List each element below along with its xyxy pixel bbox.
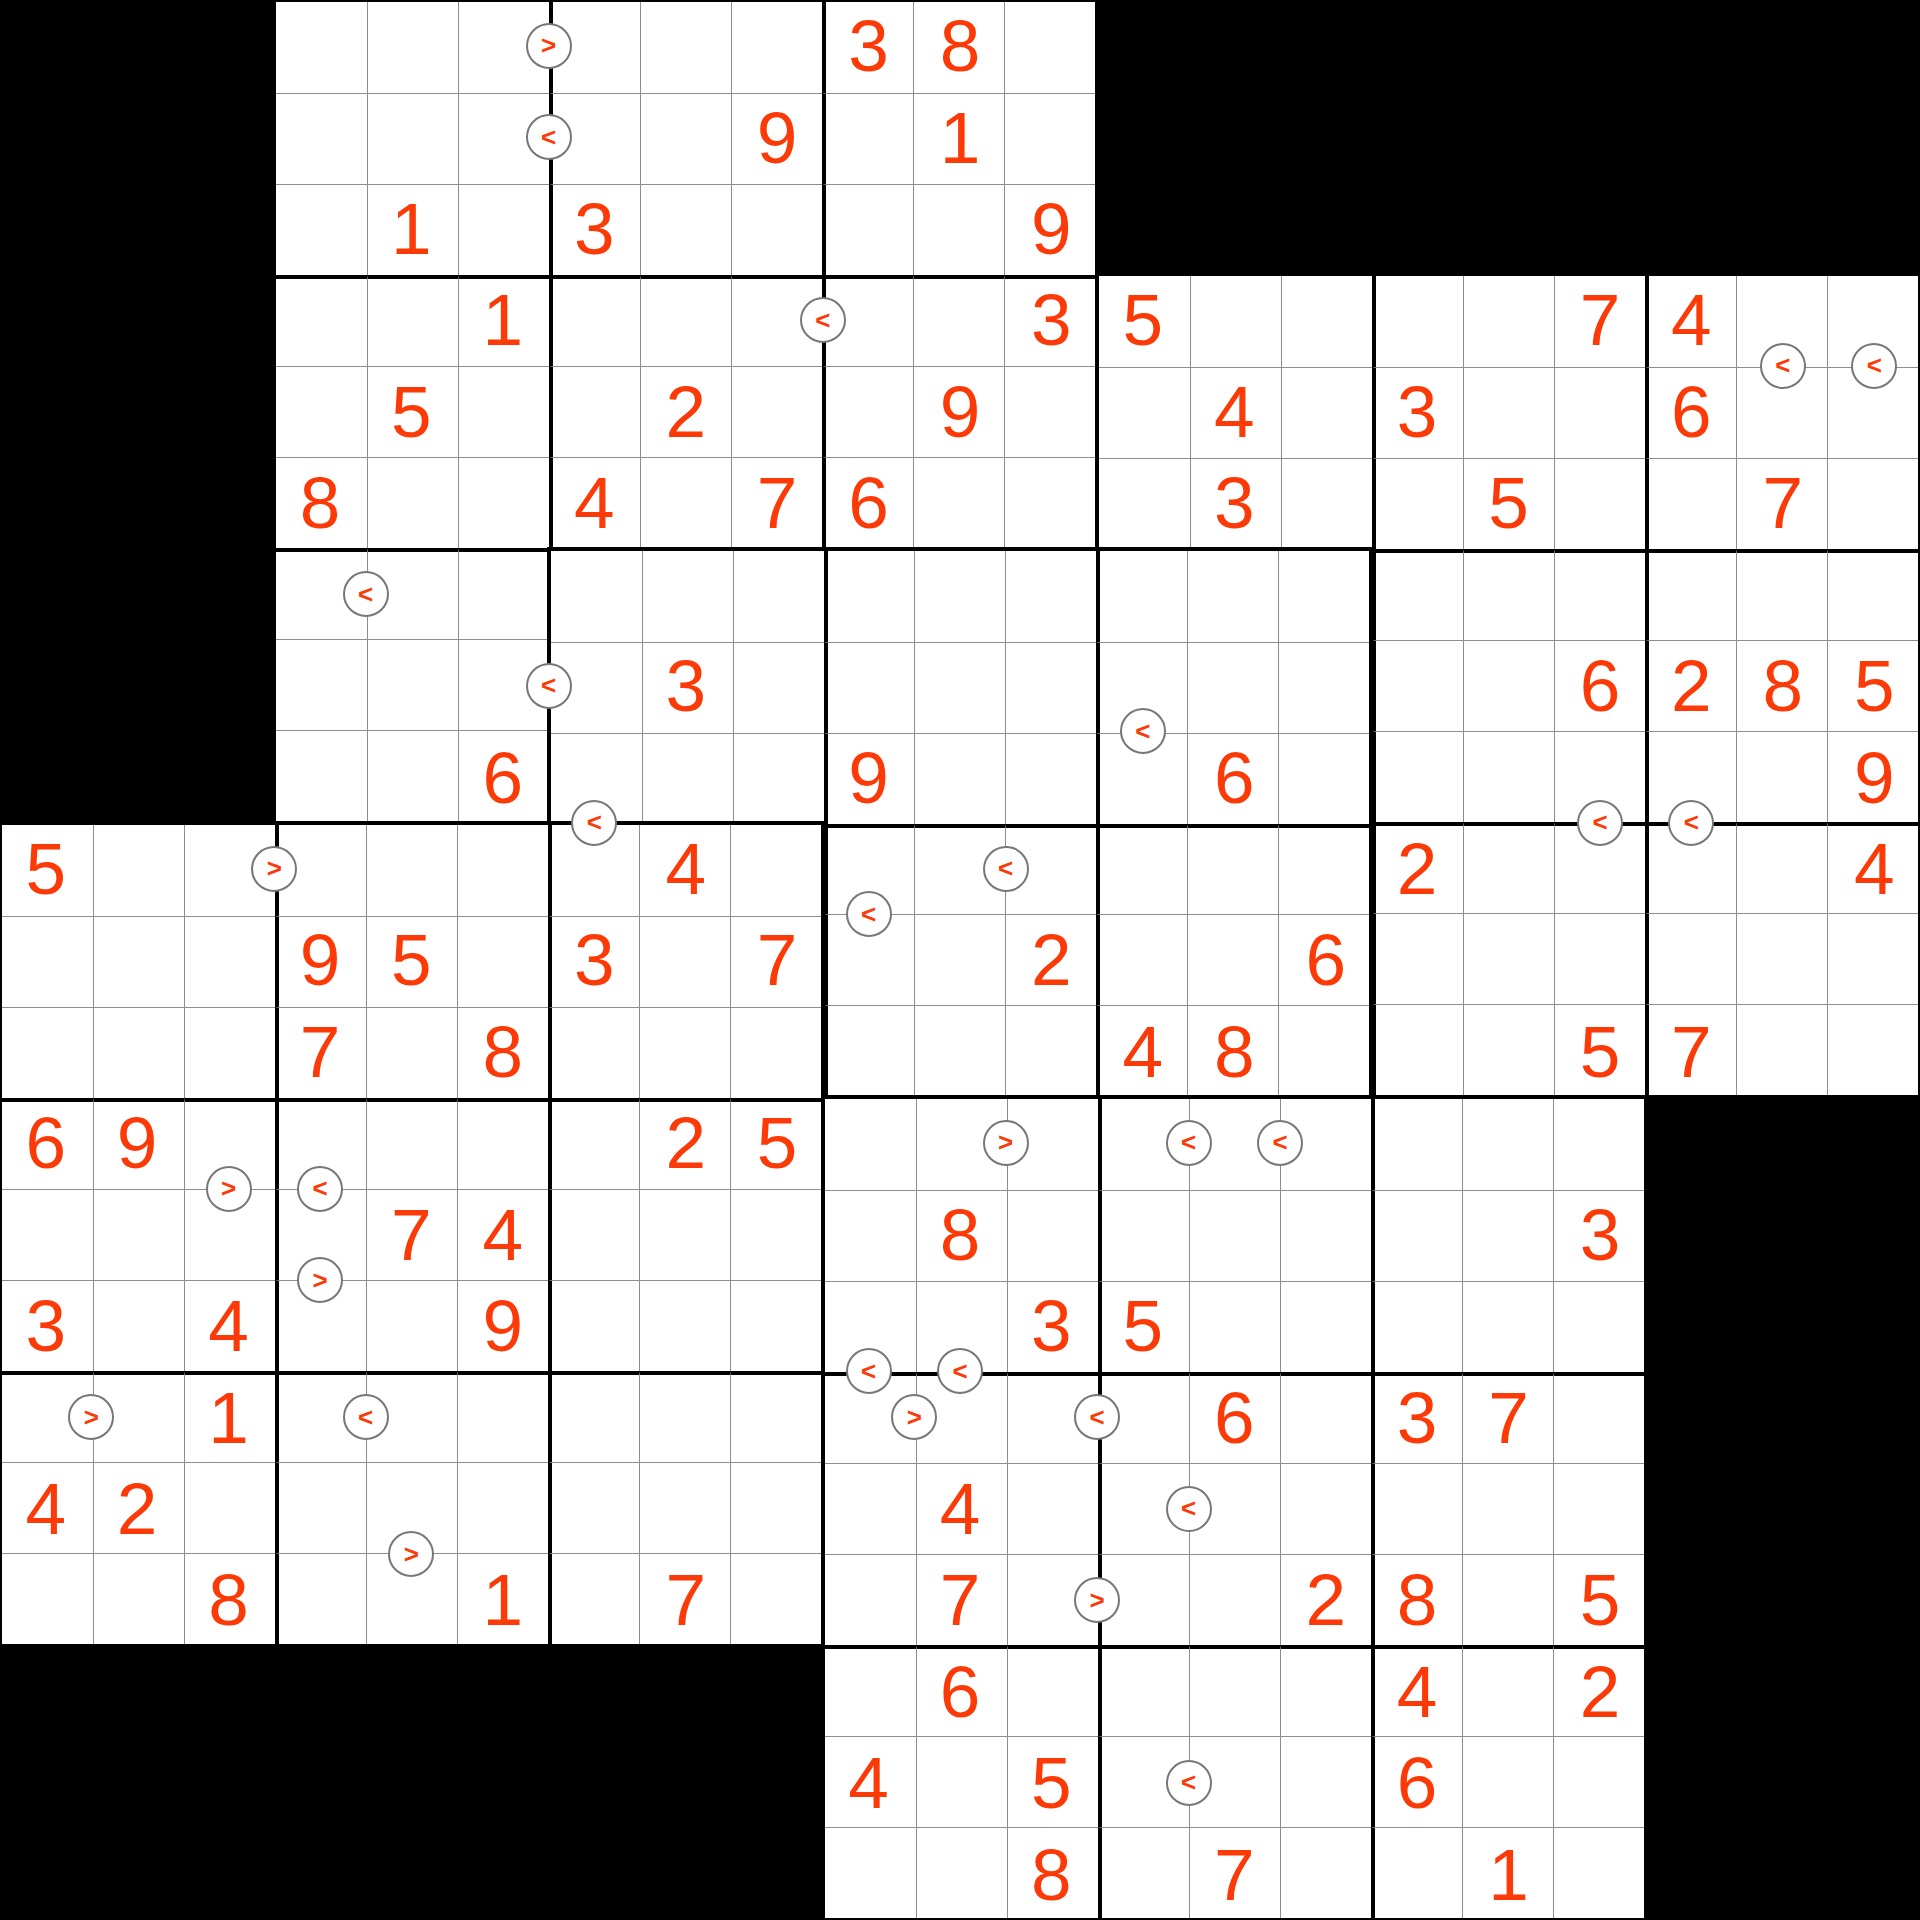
cell-r12-c15[interactable]	[1371, 1099, 1462, 1190]
cell-r16-c5[interactable]	[457, 1462, 548, 1553]
cell-r10-c5[interactable]	[457, 916, 548, 1007]
cell-r1-c11[interactable]	[1004, 93, 1095, 184]
cell-r5-c11[interactable]	[1004, 457, 1095, 548]
cell-r0-c8[interactable]	[731, 2, 822, 93]
given-digit-r14-c12: 5	[1097, 1280, 1188, 1371]
given-digit-r2-c6: 3	[549, 183, 640, 274]
cell-r9-c5[interactable]	[457, 825, 548, 916]
inequality-sign-between-rows-r8-c18: <	[1668, 800, 1714, 846]
given-digit-r20-c13: 7	[1189, 1829, 1280, 1920]
cell-r19-c16[interactable]	[1462, 1736, 1553, 1827]
cell-r7-c13[interactable]	[1187, 642, 1278, 733]
cell-r14-c1[interactable]	[93, 1280, 184, 1371]
cell-r4-c16[interactable]	[1463, 367, 1554, 458]
cell-r16-c8[interactable]	[730, 1462, 821, 1553]
cell-r6-c11[interactable]	[1005, 551, 1096, 642]
cell-r5-c7[interactable]	[640, 457, 731, 548]
cell-r17-c13[interactable]	[1189, 1554, 1280, 1645]
cell-r6-c12[interactable]	[1096, 551, 1187, 642]
cell-r13-c8[interactable]	[730, 1189, 821, 1280]
cell-r16-c16[interactable]	[1462, 1463, 1553, 1554]
given-digit-r5-c13: 3	[1189, 457, 1280, 548]
inequality-sign-between-rows-r3-c19: <	[1760, 343, 1806, 389]
inequality-sign-between-cols-r16-c12: <	[1166, 1486, 1212, 1532]
cell-r3-c16[interactable]	[1463, 276, 1554, 367]
given-digit-r20-c11: 8	[1006, 1829, 1097, 1920]
given-digit-r4-c18: 6	[1646, 366, 1737, 457]
cell-r7-c9[interactable]	[824, 642, 915, 733]
cell-r5-c15[interactable]	[1372, 458, 1463, 549]
cell-r0-c7[interactable]	[640, 2, 731, 93]
cell-r17-c0[interactable]	[2, 1553, 93, 1644]
cell-r6-c20[interactable]	[1827, 549, 1918, 640]
cell-r4-c5[interactable]	[458, 366, 549, 457]
given-digit-r3-c5: 1	[457, 274, 548, 365]
inequality-sign-between-rows-r3-c20: <	[1851, 343, 1897, 389]
given-digit-r17-c15: 8	[1371, 1554, 1462, 1645]
given-digit-r5-c16: 5	[1463, 457, 1554, 548]
given-digit-r12-c8: 5	[731, 1097, 822, 1188]
given-digit-r15-c16: 7	[1463, 1371, 1554, 1462]
cell-r6-c8[interactable]	[733, 551, 824, 642]
given-digit-r16-c0: 4	[0, 1463, 91, 1554]
cell-r10-c15[interactable]	[1372, 913, 1463, 1004]
cell-r3-c15[interactable]	[1372, 276, 1463, 367]
cell-r11-c14[interactable]	[1278, 1005, 1369, 1096]
cell-r17-c3[interactable]	[275, 1553, 366, 1644]
cell-r8-c4[interactable]	[367, 730, 458, 821]
given-digit-r7-c17: 6	[1554, 640, 1645, 731]
cell-r1-c9[interactable]	[822, 93, 913, 184]
cell-r11-c15[interactable]	[1372, 1004, 1463, 1095]
cell-r5-c14[interactable]	[1281, 458, 1372, 549]
given-digit-r5-c6: 4	[549, 457, 640, 548]
given-digit-r11-c5: 8	[457, 1006, 548, 1097]
cell-r3-c14[interactable]	[1281, 276, 1372, 367]
cell-r11-c0[interactable]	[2, 1007, 93, 1098]
given-digit-r17-c2: 8	[183, 1554, 274, 1645]
cell-r16-c2[interactable]	[184, 1462, 275, 1553]
cell-r16-c9[interactable]	[825, 1463, 916, 1554]
given-digit-r17-c14: 2	[1280, 1554, 1371, 1645]
given-digit-r12-c0: 6	[0, 1097, 91, 1188]
given-digit-r12-c7: 2	[640, 1097, 731, 1188]
given-digit-r2-c4: 1	[366, 183, 457, 274]
cell-r11-c6[interactable]	[548, 1007, 639, 1098]
cell-r6-c19[interactable]	[1736, 549, 1827, 640]
given-digit-r4-c7: 2	[640, 366, 731, 457]
cell-r8-c11[interactable]	[1005, 733, 1096, 824]
inequality-sign-between-cols-r0-c5: >	[526, 23, 572, 69]
inequality-sign-between-rows-r8-c17: <	[1577, 800, 1623, 846]
cell-r10-c13[interactable]	[1187, 914, 1278, 1005]
cell-r9-c16[interactable]	[1463, 822, 1554, 913]
given-digit-r10-c14: 6	[1280, 914, 1371, 1005]
cell-r13-c6[interactable]	[548, 1189, 639, 1280]
cell-r4-c9[interactable]	[822, 366, 913, 457]
given-digit-r4-c13: 4	[1189, 366, 1280, 457]
inequality-sign-between-cols-r15-c11: <	[1074, 1394, 1120, 1440]
cell-r17-c6[interactable]	[548, 1553, 639, 1644]
given-digit-r14-c2: 4	[183, 1280, 274, 1371]
cell-r14-c4[interactable]	[366, 1280, 457, 1371]
cell-r14-c6[interactable]	[548, 1280, 639, 1371]
given-digit-r13-c17: 3	[1554, 1189, 1645, 1280]
given-digit-r14-c5: 9	[457, 1280, 548, 1371]
inequality-sign-between-cols-r15-c3: <	[343, 1394, 389, 1440]
cell-r6-c5[interactable]	[458, 548, 549, 639]
cell-r8-c3[interactable]	[276, 730, 367, 821]
inequality-sign-between-rows-r8-c6: <	[571, 800, 617, 846]
cell-r7-c15[interactable]	[1372, 640, 1463, 731]
cell-r11-c4[interactable]	[366, 1007, 457, 1098]
cell-r6-c17[interactable]	[1554, 549, 1645, 640]
cell-r18-c11[interactable]	[1007, 1645, 1098, 1736]
cell-r3-c7[interactable]	[640, 275, 731, 366]
cell-r15-c7[interactable]	[639, 1371, 730, 1462]
cell-r15-c5[interactable]	[457, 1371, 548, 1462]
given-digit-r8-c13: 6	[1189, 731, 1280, 822]
cell-r8-c10[interactable]	[914, 733, 1005, 824]
cell-r6-c13[interactable]	[1187, 551, 1278, 642]
cell-r18-c16[interactable]	[1462, 1645, 1553, 1736]
inequality-sign-between-rows-r14-c9: <	[846, 1348, 892, 1394]
inequality-sign-between-cols-r12-c12: <	[1166, 1120, 1212, 1166]
cell-r10-c10[interactable]	[914, 914, 1005, 1005]
cell-r9-c1[interactable]	[93, 825, 184, 916]
given-digit-r19-c15: 6	[1371, 1737, 1462, 1828]
cell-r14-c7[interactable]	[639, 1280, 730, 1371]
given-digit-r16-c10: 4	[914, 1463, 1005, 1554]
given-digit-r18-c17: 2	[1554, 1646, 1645, 1737]
cell-r17-c9[interactable]	[825, 1554, 916, 1645]
cell-r20-c9[interactable]	[825, 1827, 916, 1918]
cell-r20-c17[interactable]	[1553, 1827, 1644, 1918]
cell-r2-c9[interactable]	[822, 184, 913, 275]
cell-r16-c7[interactable]	[639, 1462, 730, 1553]
cell-r9-c13[interactable]	[1187, 824, 1278, 915]
cell-r7-c11[interactable]	[1005, 642, 1096, 733]
cell-r3-c13[interactable]	[1190, 276, 1281, 367]
given-digit-r14-c0: 3	[0, 1280, 91, 1371]
cell-r18-c9[interactable]	[825, 1645, 916, 1736]
cell-r15-c14[interactable]	[1280, 1372, 1371, 1463]
given-digit-r11-c12: 4	[1097, 1006, 1188, 1097]
cell-r2-c10[interactable]	[913, 184, 1004, 275]
cell-r17-c16[interactable]	[1462, 1554, 1553, 1645]
given-digit-r10-c4: 5	[366, 914, 457, 1005]
cell-r0-c11[interactable]	[1004, 2, 1095, 93]
cell-r5-c12[interactable]	[1099, 458, 1190, 549]
given-digit-r17-c10: 7	[914, 1554, 1005, 1645]
cell-r6-c6[interactable]	[551, 551, 642, 642]
inequality-sign-between-cols-r9-c10: <	[983, 846, 1029, 892]
given-digit-r3-c18: 4	[1646, 274, 1737, 365]
given-digit-r8-c20: 9	[1829, 731, 1920, 822]
given-digit-r11-c13: 8	[1189, 1006, 1280, 1097]
cell-r7-c14[interactable]	[1278, 642, 1369, 733]
cell-r6-c15[interactable]	[1372, 549, 1463, 640]
cell-r9-c4[interactable]	[366, 825, 457, 916]
given-digit-r4-c4: 5	[366, 366, 457, 457]
cell-r4-c14[interactable]	[1281, 367, 1372, 458]
cell-r6-c18[interactable]	[1645, 549, 1736, 640]
given-digit-r13-c10: 8	[914, 1189, 1005, 1280]
cell-r13-c12[interactable]	[1098, 1190, 1189, 1281]
inequality-sign-between-rows-r9-c9: <	[846, 891, 892, 937]
inequality-sign-between-rows-r12-c2: >	[206, 1166, 252, 1212]
cell-r4-c12[interactable]	[1099, 367, 1190, 458]
cell-r11-c9[interactable]	[824, 1005, 915, 1096]
cell-r14-c13[interactable]	[1189, 1281, 1280, 1372]
cell-r16-c3[interactable]	[275, 1462, 366, 1553]
cell-r9-c8[interactable]	[730, 825, 821, 916]
cell-r11-c1[interactable]	[93, 1007, 184, 1098]
cell-r7-c4[interactable]	[367, 639, 458, 730]
cell-r13-c1[interactable]	[93, 1189, 184, 1280]
given-digit-r10-c8: 7	[731, 914, 822, 1005]
cell-r11-c8[interactable]	[730, 1007, 821, 1098]
cell-r20-c14[interactable]	[1280, 1827, 1371, 1918]
cell-r4-c6[interactable]	[549, 366, 640, 457]
given-digit-r2-c11: 9	[1006, 183, 1097, 274]
cell-r5-c5[interactable]	[458, 457, 549, 548]
cell-r18-c12[interactable]	[1098, 1645, 1189, 1736]
given-digit-r8-c5: 6	[457, 731, 548, 822]
cell-r12-c4[interactable]	[366, 1098, 457, 1189]
cell-r7-c3[interactable]	[276, 639, 367, 730]
given-digit-r11-c17: 5	[1554, 1006, 1645, 1097]
given-digit-r7-c19: 8	[1737, 640, 1828, 731]
given-digit-r19-c11: 5	[1006, 1737, 1097, 1828]
cell-r6-c10[interactable]	[914, 551, 1005, 642]
given-digit-r7-c18: 2	[1646, 640, 1737, 731]
inequality-sign-between-cols-r19-c12: <	[1166, 1760, 1212, 1806]
cell-r14-c17[interactable]	[1553, 1281, 1644, 1372]
cell-r6-c14[interactable]	[1278, 551, 1369, 642]
given-digit-r14-c11: 3	[1006, 1280, 1097, 1371]
given-digit-r10-c6: 3	[549, 914, 640, 1005]
inequality-sign-between-cols-r3-c8: <	[800, 297, 846, 343]
given-digit-r3-c12: 5	[1097, 274, 1188, 365]
cell-r16-c15[interactable]	[1371, 1463, 1462, 1554]
cell-r16-c11[interactable]	[1007, 1463, 1098, 1554]
given-digit-r11-c3: 7	[274, 1006, 365, 1097]
given-digit-r13-c4: 7	[366, 1189, 457, 1280]
cell-r10-c17[interactable]	[1554, 913, 1645, 1004]
given-digit-r18-c15: 4	[1371, 1646, 1462, 1737]
cell-r4-c11[interactable]	[1004, 366, 1095, 457]
cell-r13-c0[interactable]	[2, 1189, 93, 1280]
cell-r9-c19[interactable]	[1736, 822, 1827, 913]
cell-r14-c8[interactable]	[730, 1280, 821, 1371]
cell-r11-c19[interactable]	[1736, 1004, 1827, 1095]
cell-r14-c14[interactable]	[1280, 1281, 1371, 1372]
given-digit-r5-c8: 7	[731, 457, 822, 548]
given-digit-r11-c18: 7	[1646, 1006, 1737, 1097]
cell-r17-c1[interactable]	[93, 1553, 184, 1644]
cell-r11-c2[interactable]	[184, 1007, 275, 1098]
inequality-sign-between-rows-r7-c12: <	[1120, 708, 1166, 754]
cell-r15-c17[interactable]	[1553, 1372, 1644, 1463]
cell-r6-c7[interactable]	[642, 551, 733, 642]
cell-r16-c6[interactable]	[548, 1462, 639, 1553]
cell-r20-c15[interactable]	[1371, 1827, 1462, 1918]
cell-r1-c4[interactable]	[367, 93, 458, 184]
inequality-sign-between-cols-r1-c5: <	[526, 114, 572, 160]
cell-r11-c11[interactable]	[1005, 1005, 1096, 1096]
cell-r12-c5[interactable]	[457, 1098, 548, 1189]
given-digit-r5-c9: 6	[823, 457, 914, 548]
cell-r8-c14[interactable]	[1278, 733, 1369, 824]
cell-r6-c16[interactable]	[1463, 549, 1554, 640]
inequality-sign-between-cols-r12-c10: >	[983, 1120, 1029, 1166]
cell-r10-c18[interactable]	[1645, 913, 1736, 1004]
given-digit-r10-c3: 9	[274, 914, 365, 1005]
inequality-sign-between-rows-r13-c3: >	[297, 1257, 343, 1303]
given-digit-r19-c9: 4	[823, 1737, 914, 1828]
sudoku-board: 3891139135745294368476357362856969542495…	[0, 0, 1920, 1920]
cell-r2-c7[interactable]	[640, 184, 731, 275]
cell-r5-c10[interactable]	[913, 457, 1004, 548]
cell-r8-c16[interactable]	[1463, 731, 1554, 822]
cell-r9-c14[interactable]	[1278, 824, 1369, 915]
cell-r9-c12[interactable]	[1096, 824, 1187, 915]
cell-r14-c15[interactable]	[1371, 1281, 1462, 1372]
cell-r13-c7[interactable]	[639, 1189, 730, 1280]
given-digit-r10-c11: 2	[1006, 914, 1097, 1005]
inequality-sign-between-rows-r12-c3: <	[297, 1166, 343, 1212]
cell-r12-c17[interactable]	[1553, 1099, 1644, 1190]
given-digit-r0-c9: 3	[823, 0, 914, 91]
given-digit-r0-c10: 8	[914, 0, 1005, 91]
cell-r7-c16[interactable]	[1463, 640, 1554, 731]
cell-r5-c18[interactable]	[1645, 458, 1736, 549]
cell-r3-c4[interactable]	[367, 275, 458, 366]
cell-r11-c7[interactable]	[639, 1007, 730, 1098]
cell-r10-c1[interactable]	[93, 916, 184, 1007]
given-digit-r7-c20: 5	[1829, 640, 1920, 731]
cell-r1-c7[interactable]	[640, 93, 731, 184]
cell-r3-c3[interactable]	[276, 275, 367, 366]
given-digit-r12-c1: 9	[91, 1097, 182, 1188]
inequality-sign-between-cols-r12-c13: <	[1257, 1120, 1303, 1166]
given-digit-r9-c20: 4	[1829, 823, 1920, 914]
inequality-sign-between-cols-r9-c2: >	[251, 846, 297, 892]
given-digit-r15-c13: 6	[1189, 1371, 1280, 1462]
cell-r0-c3[interactable]	[276, 2, 367, 93]
given-digit-r17-c17: 5	[1554, 1554, 1645, 1645]
cell-r10-c2[interactable]	[184, 916, 275, 1007]
given-digit-r1-c8: 9	[731, 91, 822, 182]
cell-r10-c20[interactable]	[1827, 913, 1918, 1004]
cell-r15-c6[interactable]	[548, 1371, 639, 1462]
cell-r11-c16[interactable]	[1463, 1004, 1554, 1095]
cell-r1-c3[interactable]	[276, 93, 367, 184]
given-digit-r15-c15: 3	[1371, 1371, 1462, 1462]
cell-r13-c9[interactable]	[825, 1190, 916, 1281]
given-digit-r9-c7: 4	[640, 823, 731, 914]
cell-r13-c16[interactable]	[1462, 1190, 1553, 1281]
given-digit-r13-c5: 4	[457, 1189, 548, 1280]
cell-r19-c10[interactable]	[916, 1736, 1007, 1827]
given-digit-r4-c15: 3	[1371, 366, 1462, 457]
cell-r10-c19[interactable]	[1736, 913, 1827, 1004]
given-digit-r4-c10: 9	[914, 366, 1005, 457]
cell-r15-c8[interactable]	[730, 1371, 821, 1462]
given-digit-r3-c17: 7	[1554, 274, 1645, 365]
cell-r0-c4[interactable]	[367, 2, 458, 93]
inequality-sign-between-cols-r6-c3: <	[343, 571, 389, 617]
cell-r11-c20[interactable]	[1827, 1004, 1918, 1095]
given-digit-r8-c9: 9	[823, 731, 914, 822]
cell-r4-c3[interactable]	[276, 366, 367, 457]
cell-r10-c12[interactable]	[1096, 914, 1187, 1005]
cell-r3-c10[interactable]	[913, 275, 1004, 366]
cell-r8-c7[interactable]	[642, 733, 733, 824]
cell-r16-c17[interactable]	[1553, 1463, 1644, 1554]
given-digit-r15-c2: 1	[183, 1371, 274, 1462]
given-digit-r5-c3: 8	[274, 457, 365, 548]
cell-r7-c8[interactable]	[733, 642, 824, 733]
cell-r18-c14[interactable]	[1280, 1645, 1371, 1736]
given-digit-r20-c16: 1	[1463, 1829, 1554, 1920]
cell-r13-c13[interactable]	[1189, 1190, 1280, 1281]
inequality-sign-between-cols-r17-c11: >	[1074, 1577, 1120, 1623]
cell-r2-c3[interactable]	[276, 184, 367, 275]
cell-r10-c16[interactable]	[1463, 913, 1554, 1004]
given-digit-r16-c1: 2	[91, 1463, 182, 1554]
cell-r13-c14[interactable]	[1280, 1190, 1371, 1281]
cell-r10-c0[interactable]	[2, 916, 93, 1007]
cell-r12-c6[interactable]	[548, 1098, 639, 1189]
given-digit-r18-c10: 6	[914, 1646, 1005, 1737]
cell-r3-c6[interactable]	[549, 275, 640, 366]
cell-r4-c8[interactable]	[731, 366, 822, 457]
cell-r6-c9[interactable]	[824, 551, 915, 642]
cell-r4-c17[interactable]	[1554, 367, 1645, 458]
cell-r5-c17[interactable]	[1554, 458, 1645, 549]
cell-r8-c8[interactable]	[733, 733, 824, 824]
cell-r16-c14[interactable]	[1280, 1463, 1371, 1554]
cell-r14-c16[interactable]	[1462, 1281, 1553, 1372]
given-digit-r9-c15: 2	[1371, 823, 1462, 914]
cell-r13-c15[interactable]	[1371, 1190, 1462, 1281]
given-digit-r9-c0: 5	[0, 823, 91, 914]
given-digit-r17-c5: 1	[457, 1554, 548, 1645]
cell-r7-c10[interactable]	[914, 642, 1005, 733]
cell-r19-c14[interactable]	[1280, 1736, 1371, 1827]
cell-r5-c4[interactable]	[367, 457, 458, 548]
cell-r18-c13[interactable]	[1189, 1645, 1280, 1736]
cell-r8-c15[interactable]	[1372, 731, 1463, 822]
given-digit-r7-c7: 3	[640, 640, 731, 731]
cell-r5-c20[interactable]	[1827, 458, 1918, 549]
cell-r17-c8[interactable]	[730, 1553, 821, 1644]
cell-r20-c12[interactable]	[1098, 1827, 1189, 1918]
cell-r2-c8[interactable]	[731, 184, 822, 275]
cell-r10-c7[interactable]	[639, 916, 730, 1007]
cell-r13-c11[interactable]	[1007, 1190, 1098, 1281]
cell-r8-c19[interactable]	[1736, 731, 1827, 822]
cell-r20-c10[interactable]	[916, 1827, 1007, 1918]
cell-r12-c16[interactable]	[1462, 1099, 1553, 1190]
cell-r11-c10[interactable]	[914, 1005, 1005, 1096]
cell-r2-c5[interactable]	[458, 184, 549, 275]
given-digit-r3-c11: 3	[1006, 274, 1097, 365]
cell-r19-c17[interactable]	[1553, 1736, 1644, 1827]
cell-r12-c9[interactable]	[825, 1099, 916, 1190]
